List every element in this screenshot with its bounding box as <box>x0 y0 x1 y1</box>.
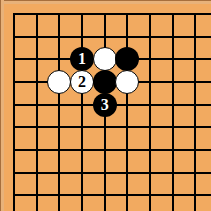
stone-black <box>115 47 139 71</box>
stone-white <box>47 70 71 94</box>
board-frame-left-bevel <box>0 0 4 211</box>
stone-label: 3 <box>101 96 109 112</box>
stone-white-move-2: 2 <box>70 70 94 94</box>
stone-black-move-1: 1 <box>70 47 94 71</box>
board-frame-top-bevel <box>0 0 211 4</box>
stone-label: 1 <box>78 51 86 67</box>
stones-layer: 123 <box>0 0 211 211</box>
stone-white <box>93 47 117 71</box>
stone-white <box>115 70 139 94</box>
stone-black-move-3: 3 <box>93 93 117 117</box>
stone-black <box>93 70 117 94</box>
stone-label: 2 <box>78 74 86 90</box>
go-board-diagram: 123 <box>0 0 211 211</box>
